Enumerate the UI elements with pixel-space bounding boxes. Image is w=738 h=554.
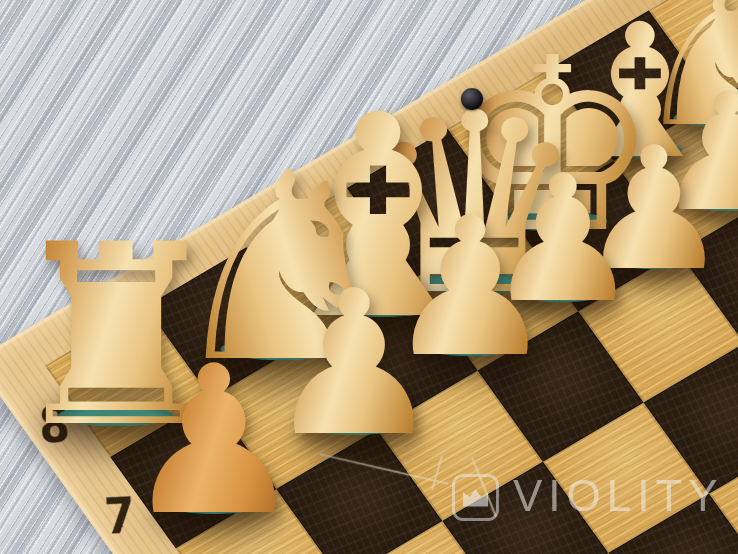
watermark-text: VIOLITY (513, 474, 724, 518)
watermark: VIOLITY (452, 474, 724, 521)
crown-icon (452, 474, 499, 521)
piece-white-pawn-a7: ♟ (122, 339, 306, 544)
pawn-glyph: ♟ (122, 339, 306, 544)
photo-scene: 87 ♜♞♝♛♚♝♞♟♟♟♟♟♟ VIOLITY (0, 0, 738, 554)
